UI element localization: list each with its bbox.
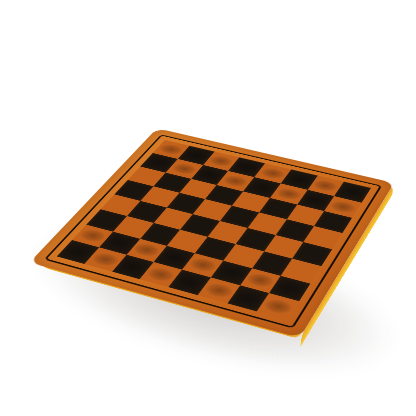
piece-white-pawn-d2: ♟ [247,137,276,189]
pieces-layer: ♜♞♝♚♛♝♞♜♟♟♟♟♟♟♟♟♟♟♟♟♟♟♟♟♜♞♝♚♛♝♞♜ [57,140,371,320]
piece-black-rook-a8: ♜ [259,241,297,309]
scene-3d: ♜♞♝♚♛♝♞♜♟♟♟♟♟♟♟♟♟♟♟♟♟♟♟♟♜♞♝♚♛♝♞♜ [0,0,416,416]
piece-white-pawn-a2: ♟ [328,156,358,209]
piece-white-pawn-c2: ♟ [274,143,304,195]
piece-white-pawn-e2: ♟ [221,132,250,184]
product-photo: ♜♞♝♚♛♝♞♜♟♟♟♟♟♟♟♟♟♟♟♟♟♟♟♟♜♞♝♚♛♝♞♜ [0,0,416,416]
piece-white-pawn-b2: ♟ [301,150,331,203]
piece-white-pawn-h2: ♟ [145,114,174,164]
chess-board: ♜♞♝♚♛♝♞♜♟♟♟♟♟♟♟♟♟♟♟♟♟♟♟♟♜♞♝♚♛♝♞♜ [29,128,394,338]
